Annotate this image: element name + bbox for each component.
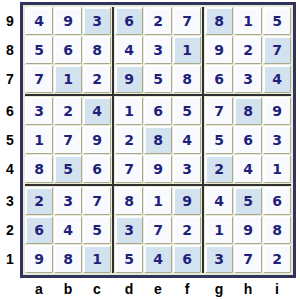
cell-i4[interactable]: 1 bbox=[263, 155, 291, 183]
column-label-b: b bbox=[54, 279, 82, 299]
cell-i9[interactable]: 5 bbox=[263, 7, 291, 35]
cell-b3[interactable]: 3 bbox=[54, 187, 82, 215]
cell-c6[interactable]: 4 bbox=[83, 97, 111, 125]
row-label-8: 8 bbox=[0, 36, 20, 64]
cell-a1[interactable]: 9 bbox=[25, 245, 53, 273]
cell-f7[interactable]: 8 bbox=[173, 65, 201, 93]
cell-e2[interactable]: 7 bbox=[144, 216, 172, 244]
cell-b7[interactable]: 1 bbox=[54, 65, 82, 93]
sudoku-page: 987654321 493627815568431927712958634324… bbox=[0, 0, 300, 300]
cell-c3[interactable]: 7 bbox=[83, 187, 111, 215]
cell-f5[interactable]: 4 bbox=[173, 126, 201, 154]
cell-a9[interactable]: 4 bbox=[25, 7, 53, 35]
cell-i5[interactable]: 3 bbox=[263, 126, 291, 154]
cell-h9[interactable]: 1 bbox=[234, 7, 262, 35]
cell-d4[interactable]: 7 bbox=[115, 155, 143, 183]
cell-e6[interactable]: 6 bbox=[144, 97, 172, 125]
cell-i7[interactable]: 4 bbox=[263, 65, 291, 93]
cell-d7[interactable]: 9 bbox=[115, 65, 143, 93]
column-label-d: d bbox=[115, 279, 143, 299]
cell-d5[interactable]: 2 bbox=[115, 126, 143, 154]
cell-d8[interactable]: 4 bbox=[115, 36, 143, 64]
cell-f3[interactable]: 9 bbox=[173, 187, 201, 215]
cell-f6[interactable]: 5 bbox=[173, 97, 201, 125]
cell-a6[interactable]: 3 bbox=[25, 97, 53, 125]
cell-a4[interactable]: 8 bbox=[25, 155, 53, 183]
row-label-7: 7 bbox=[0, 65, 20, 93]
cell-c2[interactable]: 5 bbox=[83, 216, 111, 244]
row-label-4: 4 bbox=[0, 155, 20, 183]
cell-d6[interactable]: 1 bbox=[115, 97, 143, 125]
cell-i1[interactable]: 2 bbox=[263, 245, 291, 273]
column-label-i: i bbox=[263, 279, 291, 299]
column-label-c: c bbox=[83, 279, 111, 299]
cell-g8[interactable]: 9 bbox=[205, 36, 233, 64]
column-label-f: f bbox=[173, 279, 201, 299]
cell-b1[interactable]: 8 bbox=[54, 245, 82, 273]
cell-b9[interactable]: 9 bbox=[54, 7, 82, 35]
row-label-6: 6 bbox=[0, 97, 20, 125]
cell-c8[interactable]: 8 bbox=[83, 36, 111, 64]
cell-b5[interactable]: 7 bbox=[54, 126, 82, 154]
cell-g6[interactable]: 7 bbox=[205, 97, 233, 125]
cell-c9[interactable]: 3 bbox=[83, 7, 111, 35]
cell-i3[interactable]: 6 bbox=[263, 187, 291, 215]
cell-f2[interactable]: 2 bbox=[173, 216, 201, 244]
cell-e3[interactable]: 1 bbox=[144, 187, 172, 215]
cell-i2[interactable]: 8 bbox=[263, 216, 291, 244]
cell-a5[interactable]: 1 bbox=[25, 126, 53, 154]
cell-e5[interactable]: 8 bbox=[144, 126, 172, 154]
cell-c7[interactable]: 2 bbox=[83, 65, 111, 93]
row-label-9: 9 bbox=[0, 7, 20, 35]
cell-i8[interactable]: 7 bbox=[263, 36, 291, 64]
cell-b8[interactable]: 6 bbox=[54, 36, 82, 64]
cell-b6[interactable]: 2 bbox=[54, 97, 82, 125]
cell-c1[interactable]: 1 bbox=[83, 245, 111, 273]
cell-h6[interactable]: 8 bbox=[234, 97, 262, 125]
sudoku-board: 4936278155684319277129586343241657891792… bbox=[20, 2, 296, 278]
column-label-h: h bbox=[234, 279, 262, 299]
cell-f8[interactable]: 1 bbox=[173, 36, 201, 64]
column-label-a: a bbox=[25, 279, 53, 299]
cell-b2[interactable]: 4 bbox=[54, 216, 82, 244]
cell-g4[interactable]: 2 bbox=[205, 155, 233, 183]
cell-f4[interactable]: 3 bbox=[173, 155, 201, 183]
cell-d3[interactable]: 8 bbox=[115, 187, 143, 215]
row-label-3: 3 bbox=[0, 187, 20, 215]
cell-b4[interactable]: 5 bbox=[54, 155, 82, 183]
cell-h2[interactable]: 9 bbox=[234, 216, 262, 244]
box-separator-horizontal bbox=[25, 94, 291, 96]
cell-d2[interactable]: 3 bbox=[115, 216, 143, 244]
cell-e4[interactable]: 9 bbox=[144, 155, 172, 183]
cell-h5[interactable]: 6 bbox=[234, 126, 262, 154]
box-separator-vertical bbox=[202, 7, 204, 273]
column-label-e: e bbox=[144, 279, 172, 299]
column-label-g: g bbox=[205, 279, 233, 299]
cell-g3[interactable]: 4 bbox=[205, 187, 233, 215]
cell-f1[interactable]: 6 bbox=[173, 245, 201, 273]
row-labels: 987654321 bbox=[0, 7, 20, 273]
cell-d1[interactable]: 5 bbox=[115, 245, 143, 273]
cell-e1[interactable]: 4 bbox=[144, 245, 172, 273]
cell-g7[interactable]: 6 bbox=[205, 65, 233, 93]
box-separator-vertical bbox=[112, 7, 114, 273]
cell-a8[interactable]: 5 bbox=[25, 36, 53, 64]
cell-h7[interactable]: 3 bbox=[234, 65, 262, 93]
cell-d9[interactable]: 6 bbox=[115, 7, 143, 35]
cell-c5[interactable]: 9 bbox=[83, 126, 111, 154]
cell-h1[interactable]: 7 bbox=[234, 245, 262, 273]
cell-c4[interactable]: 6 bbox=[83, 155, 111, 183]
cell-g1[interactable]: 3 bbox=[205, 245, 233, 273]
cell-g5[interactable]: 5 bbox=[205, 126, 233, 154]
cell-e8[interactable]: 3 bbox=[144, 36, 172, 64]
row-label-5: 5 bbox=[0, 126, 20, 154]
cell-g9[interactable]: 8 bbox=[205, 7, 233, 35]
column-labels: abcdefghi bbox=[25, 279, 291, 299]
cell-a3[interactable]: 2 bbox=[25, 187, 53, 215]
cell-h3[interactable]: 5 bbox=[234, 187, 262, 215]
cell-a2[interactable]: 6 bbox=[25, 216, 53, 244]
cell-h8[interactable]: 2 bbox=[234, 36, 262, 64]
cell-i6[interactable]: 9 bbox=[263, 97, 291, 125]
row-label-2: 2 bbox=[0, 216, 20, 244]
cell-e7[interactable]: 5 bbox=[144, 65, 172, 93]
box-separator-horizontal bbox=[25, 184, 291, 186]
row-label-1: 1 bbox=[0, 245, 20, 273]
cell-a7[interactable]: 7 bbox=[25, 65, 53, 93]
cell-e9[interactable]: 2 bbox=[144, 7, 172, 35]
cell-h4[interactable]: 4 bbox=[234, 155, 262, 183]
cell-g2[interactable]: 1 bbox=[205, 216, 233, 244]
cell-f9[interactable]: 7 bbox=[173, 7, 201, 35]
